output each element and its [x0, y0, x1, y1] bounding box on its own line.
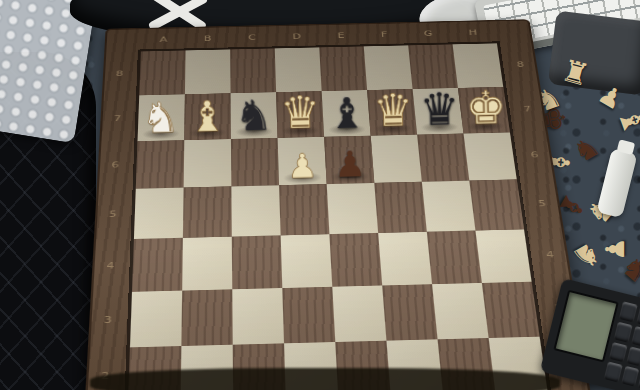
square-b6[interactable] [184, 139, 232, 188]
piece-black-bishop-e7[interactable]: ♝ [327, 91, 366, 134]
square-h3[interactable] [482, 281, 540, 337]
coord-label: F [381, 30, 388, 39]
square-a3[interactable] [130, 290, 182, 347]
coord-label: A [160, 35, 168, 44]
board-grid: ♞♝♞♛♝♛♛♚♟♟ [126, 43, 557, 390]
coord-label: C [248, 33, 256, 42]
calculator-key [614, 321, 633, 342]
square-a7[interactable]: ♞ [138, 94, 185, 141]
square-e8[interactable] [319, 46, 367, 91]
coord-label: 7 [114, 114, 122, 123]
square-h6[interactable] [463, 132, 516, 181]
square-e3[interactable] [332, 285, 386, 341]
calculator-key [621, 366, 640, 387]
square-f5[interactable] [374, 182, 427, 233]
piece-white-pawn-d6[interactable]: ♟ [287, 149, 318, 183]
piece-white-queen-f7[interactable]: ♛ [373, 88, 414, 133]
piece-black-knight-c7[interactable]: ♞ [234, 94, 273, 137]
coord-label: E [337, 31, 345, 40]
loose-piece: ♞ [569, 132, 605, 169]
coord-label: 8 [516, 60, 524, 69]
white-bottle [596, 148, 637, 218]
square-e5[interactable] [327, 183, 378, 234]
square-e6[interactable]: ♟ [324, 135, 374, 184]
piece-white-queen-d7[interactable]: ♛ [280, 90, 321, 135]
square-a6[interactable] [136, 140, 184, 189]
square-d5[interactable] [279, 184, 329, 235]
loose-piece: ♞ [567, 236, 605, 275]
calculator-key [631, 326, 640, 347]
coord-label: 4 [545, 249, 554, 260]
calculator-screen [553, 290, 618, 363]
loose-piece: ♞ [616, 251, 640, 289]
piece-white-bishop-b7[interactable]: ♝ [188, 95, 227, 138]
coord-label: 6 [111, 160, 119, 170]
square-c3[interactable] [232, 288, 284, 344]
coord-label: 5 [538, 199, 547, 209]
square-h7[interactable]: ♚ [458, 87, 510, 133]
loose-piece: ♟ [602, 237, 628, 260]
square-c5[interactable] [231, 185, 280, 236]
coord-label: 3 [104, 314, 113, 325]
coord-label: D [292, 32, 301, 41]
chess-board: ABCDEFGH ABCDEFGH 87654321 87654321 ♞♝♞♛… [79, 19, 606, 390]
square-f6[interactable] [371, 134, 422, 183]
coord-label: H [468, 28, 477, 37]
coord-label: 4 [106, 260, 114, 271]
piece-white-king-h7[interactable]: ♚ [465, 85, 507, 131]
square-d6[interactable]: ♟ [278, 137, 327, 186]
calculator-key [609, 342, 628, 363]
board-frame: ABCDEFGH ABCDEFGH 87654321 87654321 ♞♝♞♛… [79, 19, 606, 390]
calculator-key [604, 362, 623, 383]
square-a8[interactable] [139, 50, 185, 95]
square-d7[interactable]: ♛ [276, 91, 324, 138]
coord-label: 6 [530, 150, 539, 160]
calculator-key [636, 306, 640, 327]
square-g7[interactable]: ♛ [413, 88, 464, 135]
square-f4[interactable] [378, 232, 432, 286]
table-shadow [90, 368, 560, 390]
square-c6[interactable] [231, 138, 279, 187]
square-c7[interactable]: ♞ [231, 92, 278, 139]
square-e4[interactable] [329, 233, 382, 287]
square-g4[interactable] [427, 231, 482, 284]
piece-black-queen-g7[interactable]: ♛ [419, 87, 460, 132]
square-d3[interactable] [282, 287, 335, 343]
coord-label: 5 [109, 209, 117, 219]
square-a5[interactable] [134, 188, 184, 239]
calculator-key [626, 346, 640, 367]
square-b5[interactable] [183, 187, 232, 238]
square-c8[interactable] [230, 48, 276, 93]
square-b4[interactable] [182, 237, 232, 291]
square-g3[interactable] [432, 283, 489, 339]
square-e7[interactable]: ♝ [322, 90, 371, 137]
square-b8[interactable] [185, 49, 231, 94]
loose-piece: ♝ [613, 103, 640, 139]
square-g5[interactable] [422, 181, 476, 232]
coord-label: 7 [523, 104, 532, 113]
coord-label: B [204, 34, 212, 43]
calculator-key [619, 301, 638, 322]
coord-label: 8 [116, 69, 124, 78]
square-b3[interactable] [181, 289, 232, 346]
square-c4[interactable] [232, 235, 282, 289]
square-d4[interactable] [281, 234, 333, 288]
square-f3[interactable] [382, 284, 437, 340]
square-f7[interactable]: ♛ [367, 89, 417, 136]
square-a4[interactable] [132, 238, 183, 292]
square-h5[interactable] [469, 180, 524, 231]
piece-brown-pawn-e6[interactable]: ♟ [334, 146, 367, 182]
piece-white-knight-a7[interactable]: ♞ [141, 96, 180, 139]
coord-label: G [423, 29, 432, 38]
square-g6[interactable] [417, 133, 469, 182]
square-h4[interactable] [475, 229, 531, 282]
square-b7[interactable]: ♝ [184, 93, 231, 140]
chess-shop-scene: ♞♞♚♜♞♟♝♞♝♞♟♞♟♝♞♝♟♞♟♞♜♟♝♟♞ ABCDEFGH ABCDE… [0, 0, 640, 390]
file-labels-top: ABCDEFGH [141, 25, 496, 46]
gray-stool [548, 10, 640, 95]
